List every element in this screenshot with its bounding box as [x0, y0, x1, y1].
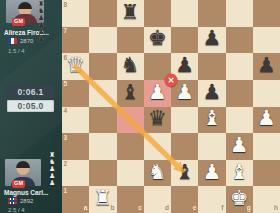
- white-bishop-f4[interactable]: ♝: [202, 108, 221, 129]
- square-h3[interactable]: [253, 133, 280, 160]
- square-b6[interactable]: [89, 53, 116, 80]
- france-flag-icon: [8, 38, 17, 44]
- file-label-f: f: [221, 205, 223, 212]
- file-label-c: c: [138, 205, 142, 212]
- square-c8[interactable]: ♜: [117, 0, 144, 27]
- square-d1[interactable]: d: [144, 186, 171, 213]
- square-g7[interactable]: [226, 27, 253, 54]
- match-score-bottom: 2.5 / 4: [8, 207, 25, 213]
- player-name-bottom[interactable]: Magnus Carl...: [4, 190, 48, 197]
- avatar-hair: [18, 2, 32, 9]
- rank-label-8: 8: [64, 2, 68, 9]
- square-b2[interactable]: [89, 160, 116, 187]
- file-label-e: e: [193, 205, 197, 212]
- square-g8[interactable]: [226, 0, 253, 27]
- square-a4[interactable]: 4: [62, 107, 89, 134]
- square-d2[interactable]: ♞: [144, 160, 171, 187]
- white-king-g1[interactable]: ♚: [230, 188, 249, 209]
- square-a8[interactable]: 8: [62, 0, 89, 27]
- gm-badge-top: GM: [12, 18, 25, 26]
- board[interactable]: 8♜7♚♟6♛♞♟♟5♝♟♟♟4♛♝♟3♟2♞♝♟♝1ab♜cdefg♚h: [62, 0, 280, 213]
- black-pawn-f5[interactable]: ♟: [202, 82, 221, 103]
- square-h2[interactable]: [253, 160, 280, 187]
- square-h5[interactable]: [253, 80, 280, 107]
- square-h4[interactable]: ♟: [253, 107, 280, 134]
- square-c1[interactable]: c: [117, 186, 144, 213]
- square-b8[interactable]: [89, 0, 116, 27]
- square-e7[interactable]: [171, 27, 198, 54]
- square-c3[interactable]: [117, 133, 144, 160]
- rating-row-top: 2870: [8, 38, 33, 44]
- square-b1[interactable]: b♜: [89, 186, 116, 213]
- square-a7[interactable]: 7: [62, 27, 89, 54]
- square-c6[interactable]: ♞: [117, 53, 144, 80]
- square-h7[interactable]: [253, 27, 280, 54]
- square-d3[interactable]: [144, 133, 171, 160]
- rank-label-3: 3: [64, 135, 68, 142]
- gm-badge-bottom: GM: [12, 180, 25, 188]
- square-a6[interactable]: 6♛: [62, 53, 89, 80]
- square-b3[interactable]: [89, 133, 116, 160]
- square-b4[interactable]: [89, 107, 116, 134]
- white-pawn-h4[interactable]: ♟: [257, 108, 276, 129]
- x-marker-icon: ✕: [165, 74, 178, 87]
- rating-row-bottom: 2892: [8, 198, 33, 204]
- clock-top: 0:06.1: [7, 86, 54, 98]
- square-d7[interactable]: ♚: [144, 27, 171, 54]
- file-label-h: h: [274, 205, 278, 212]
- square-e1[interactable]: e: [171, 186, 198, 213]
- square-d4[interactable]: ♛: [144, 107, 171, 134]
- rating-bottom: 2892: [20, 198, 33, 204]
- match-score-top: 1.5 / 4: [8, 48, 25, 54]
- square-f4[interactable]: ♝: [198, 107, 225, 134]
- avatar-hair: [16, 161, 30, 168]
- square-f6[interactable]: [198, 53, 225, 80]
- black-pawn-f7[interactable]: ♟: [202, 28, 221, 49]
- square-c4[interactable]: [117, 107, 144, 134]
- rank-label-4: 4: [64, 108, 68, 115]
- square-h6[interactable]: ♟: [253, 53, 280, 80]
- square-b5[interactable]: [89, 80, 116, 107]
- black-pawn-h6[interactable]: ♟: [257, 55, 276, 76]
- square-h8[interactable]: [253, 0, 280, 27]
- square-b7[interactable]: [89, 27, 116, 54]
- chess-broadcast-app: GM Alireza Firou... 2870 1.5 / 4 ♜♞♟♟♟♟ …: [0, 0, 280, 213]
- square-f7[interactable]: ♟: [198, 27, 225, 54]
- file-label-a: a: [84, 205, 88, 212]
- black-rook-c8[interactable]: ♜: [121, 2, 140, 23]
- square-a3[interactable]: 3: [62, 133, 89, 160]
- square-f1[interactable]: f: [198, 186, 225, 213]
- square-f2[interactable]: ♟: [198, 160, 225, 187]
- white-knight-d2[interactable]: ♞: [148, 162, 167, 183]
- square-g6[interactable]: [226, 53, 253, 80]
- white-queen-a6[interactable]: ♛: [66, 55, 85, 76]
- white-rook-b1[interactable]: ♜: [93, 188, 112, 209]
- rank-label-5: 5: [64, 81, 68, 88]
- rank-label-2: 2: [64, 161, 68, 168]
- square-c5[interactable]: ♝: [117, 80, 144, 107]
- file-label-d: d: [165, 205, 169, 212]
- square-f5[interactable]: ♟: [198, 80, 225, 107]
- square-e3[interactable]: [171, 133, 198, 160]
- captured-tray-top: ♜♞♟♟♟♟: [38, 1, 60, 45]
- square-e2[interactable]: ♝: [171, 160, 198, 187]
- square-e4[interactable]: [171, 107, 198, 134]
- square-f8[interactable]: [198, 0, 225, 27]
- white-pawn-g3[interactable]: ♟: [230, 135, 249, 156]
- square-h1[interactable]: h: [253, 186, 280, 213]
- square-e8[interactable]: [171, 0, 198, 27]
- black-king-d7[interactable]: ♚: [148, 28, 167, 49]
- norway-flag-icon: [8, 198, 17, 204]
- white-pawn-f2[interactable]: ♟: [202, 162, 221, 183]
- rank-label-1: 1: [64, 188, 68, 195]
- square-a5[interactable]: 5: [62, 80, 89, 107]
- clock-bottom: 0:05.0: [7, 100, 54, 112]
- captured-white-pawn-icon: ♟: [49, 180, 55, 187]
- black-bishop-e2[interactable]: ♝: [175, 162, 194, 183]
- square-g4[interactable]: [226, 107, 253, 134]
- square-g3[interactable]: ♟: [226, 133, 253, 160]
- black-queen-d4[interactable]: ♛: [148, 108, 167, 129]
- rank-label-7: 7: [64, 28, 68, 35]
- square-g2[interactable]: ♝: [226, 160, 253, 187]
- white-pawn-d5[interactable]: ♟: [148, 82, 167, 103]
- white-bishop-g2[interactable]: ♝: [230, 162, 249, 183]
- square-c2[interactable]: [117, 160, 144, 187]
- square-d8[interactable]: [144, 0, 171, 27]
- square-g1[interactable]: g♚: [226, 186, 253, 213]
- square-g5[interactable]: [226, 80, 253, 107]
- square-a1[interactable]: 1a: [62, 186, 89, 213]
- white-pawn-e5[interactable]: ♟: [175, 82, 194, 103]
- black-bishop-c5[interactable]: ♝: [121, 82, 140, 103]
- square-a2[interactable]: 2: [62, 160, 89, 187]
- black-pawn-e6[interactable]: ♟: [175, 55, 194, 76]
- rating-top: 2870: [20, 38, 33, 44]
- left-panel: GM Alireza Firou... 2870 1.5 / 4 ♜♞♟♟♟♟ …: [0, 0, 62, 213]
- square-f3[interactable]: [198, 133, 225, 160]
- black-knight-c6[interactable]: ♞: [121, 55, 140, 76]
- square-c7[interactable]: [117, 27, 144, 54]
- captured-black-pawn-icon: ♟: [38, 36, 44, 43]
